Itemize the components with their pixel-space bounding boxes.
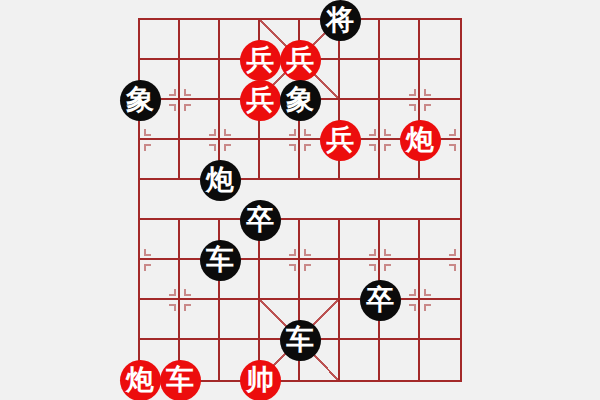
piece-red-soldier[interactable]: 兵	[280, 40, 321, 81]
piece-red-soldier[interactable]: 兵	[240, 40, 281, 81]
xiangqi-diagram: 将兵兵象兵象兵炮炮卒车卒车炮车帅	[0, 0, 600, 400]
piece-red-soldier[interactable]: 兵	[240, 80, 281, 121]
piece-black-cannon[interactable]: 炮	[200, 160, 241, 201]
piece-black-soldier[interactable]: 卒	[360, 280, 401, 321]
piece-red-cannon[interactable]: 炮	[400, 120, 441, 161]
pieces-layer: 将兵兵象兵象兵炮炮卒车卒车炮车帅	[0, 0, 600, 400]
piece-black-elephant[interactable]: 象	[120, 80, 161, 121]
piece-black-chariot[interactable]: 车	[280, 320, 321, 361]
piece-red-chariot[interactable]: 车	[160, 360, 201, 400]
piece-black-soldier[interactable]: 卒	[240, 200, 281, 241]
piece-black-elephant[interactable]: 象	[280, 80, 321, 121]
piece-black-chariot[interactable]: 车	[200, 240, 241, 281]
piece-red-general[interactable]: 帅	[240, 360, 281, 400]
piece-black-general[interactable]: 将	[320, 0, 361, 41]
piece-red-cannon[interactable]: 炮	[120, 360, 161, 400]
piece-red-soldier[interactable]: 兵	[320, 120, 361, 161]
